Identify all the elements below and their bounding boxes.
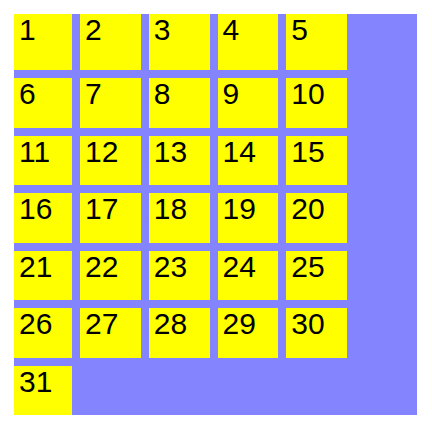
blank-cell — [355, 308, 417, 358]
day-cell-4[interactable]: 4 — [218, 14, 279, 70]
blank-cell — [286, 366, 347, 416]
blank-cell — [149, 366, 210, 416]
blank-cell — [355, 366, 417, 416]
day-cell-17[interactable]: 17 — [80, 193, 141, 243]
day-cell-14[interactable]: 14 — [218, 136, 279, 186]
day-cell-21[interactable]: 21 — [14, 251, 72, 301]
day-cell-1[interactable]: 1 — [14, 14, 72, 70]
day-cell-22[interactable]: 22 — [80, 251, 141, 301]
day-cell-25[interactable]: 25 — [286, 251, 347, 301]
day-cell-28[interactable]: 28 — [149, 308, 210, 358]
day-cell-26[interactable]: 26 — [14, 308, 72, 358]
day-cell-27[interactable]: 27 — [80, 308, 141, 358]
blank-cell — [355, 14, 417, 70]
day-cell-12[interactable]: 12 — [80, 136, 141, 186]
day-cell-16[interactable]: 16 — [14, 193, 72, 243]
day-cell-6[interactable]: 6 — [14, 78, 72, 128]
day-cell-23[interactable]: 23 — [149, 251, 210, 301]
day-cell-5[interactable]: 5 — [286, 14, 347, 70]
blank-cell — [355, 78, 417, 128]
day-cell-7[interactable]: 7 — [80, 78, 141, 128]
day-cell-29[interactable]: 29 — [218, 308, 279, 358]
blank-cell — [355, 136, 417, 186]
day-cell-31[interactable]: 31 — [14, 366, 72, 416]
blank-cell — [218, 366, 279, 416]
day-cell-13[interactable]: 13 — [149, 136, 210, 186]
day-cell-18[interactable]: 18 — [149, 193, 210, 243]
day-cell-11[interactable]: 11 — [14, 136, 72, 186]
calendar-grid: 1 2 3 4 5 6 7 8 9 10 11 12 13 14 15 16 1… — [14, 14, 417, 415]
day-cell-10[interactable]: 10 — [286, 78, 347, 128]
day-cell-9[interactable]: 9 — [218, 78, 279, 128]
day-cell-24[interactable]: 24 — [218, 251, 279, 301]
day-cell-30[interactable]: 30 — [286, 308, 347, 358]
day-cell-8[interactable]: 8 — [149, 78, 210, 128]
day-cell-15[interactable]: 15 — [286, 136, 347, 186]
blank-cell — [355, 251, 417, 301]
blank-cell — [80, 366, 141, 416]
day-cell-19[interactable]: 19 — [218, 193, 279, 243]
blank-cell — [355, 193, 417, 243]
day-cell-3[interactable]: 3 — [149, 14, 210, 70]
day-cell-20[interactable]: 20 — [286, 193, 347, 243]
day-cell-2[interactable]: 2 — [80, 14, 141, 70]
